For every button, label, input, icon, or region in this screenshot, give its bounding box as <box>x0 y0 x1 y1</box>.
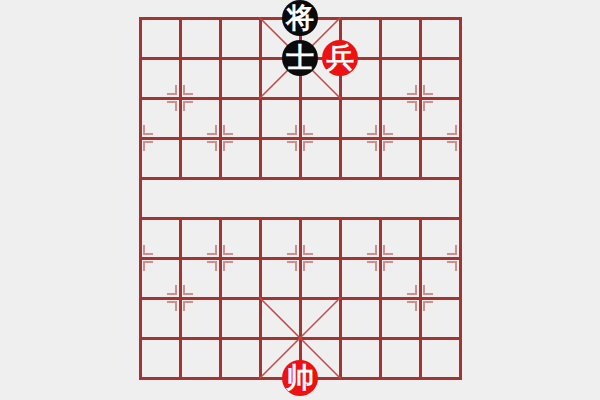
piece-red-soldier[interactable]: 兵 <box>322 40 358 76</box>
piece-red-general[interactable]: 帅 <box>282 360 318 396</box>
piece-black-general[interactable]: 将 <box>282 0 318 36</box>
xiangqi-diagram: 将士兵帅 <box>0 0 600 400</box>
pieces-layer: 将士兵帅 <box>0 0 600 400</box>
piece-black-advisor[interactable]: 士 <box>282 40 318 76</box>
